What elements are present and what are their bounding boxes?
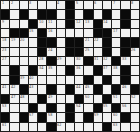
cell-r12-c7[interactable] [57, 104, 65, 112]
cell-r9-c7[interactable] [57, 76, 65, 84]
cell-r1-c7[interactable]: 4 [57, 1, 65, 9]
clue-number: 58 [48, 113, 52, 116]
cell-r10-c14[interactable]: 46 [121, 85, 129, 93]
cell-r7-c3[interactable] [20, 57, 28, 65]
cell-r10-c12[interactable] [103, 85, 111, 93]
clue-number: 20 [20, 38, 24, 41]
clue-number: 36 [76, 66, 80, 69]
cell-r4-c1[interactable] [1, 29, 9, 37]
cell-r13-c4[interactable]: 57 [29, 113, 37, 121]
cell-r10-c5[interactable] [38, 85, 46, 93]
cell-r14-c4[interactable] [29, 123, 37, 131]
cell-r1-c12[interactable] [103, 1, 111, 9]
cell-r2-c4[interactable] [29, 10, 37, 18]
cell-r3-c13[interactable] [112, 20, 120, 28]
clue-number: 9 [2, 20, 4, 23]
block-r3-c11 [94, 20, 102, 28]
cell-r5-c4[interactable] [29, 38, 37, 46]
cell-r1-c15[interactable]: 8 [131, 1, 139, 9]
cell-r9-c4[interactable]: 40 [29, 76, 37, 84]
cell-r7-c2[interactable] [10, 57, 18, 65]
block-r5-c8 [66, 38, 74, 46]
clue-number: 46 [122, 85, 126, 88]
cell-r9-c9[interactable] [75, 76, 83, 84]
clue-number: 31 [94, 57, 98, 60]
cell-r13-c2[interactable] [10, 113, 18, 121]
block-r5-c6 [47, 38, 55, 46]
cell-r1-c14[interactable] [121, 1, 129, 9]
cell-r6-c1[interactable]: 23 [1, 48, 9, 56]
cell-r4-c13[interactable]: 17 [112, 29, 120, 37]
block-r7-c10 [84, 57, 92, 65]
cell-r8-c5[interactable]: 34 [38, 66, 46, 74]
block-r3-c8 [66, 20, 74, 28]
block-r14-c6 [47, 123, 55, 131]
cell-r6-c13[interactable] [112, 48, 120, 56]
clue-number: 55 [103, 104, 107, 107]
clue-number: 23 [2, 48, 6, 51]
block-r6-c9 [75, 48, 83, 56]
block-r5-c5 [38, 38, 46, 46]
clue-number: 34 [39, 66, 43, 69]
clue-number: 51 [113, 95, 117, 98]
block-r6-c14 [121, 48, 129, 56]
cell-r4-c10[interactable] [84, 29, 92, 37]
block-r8-c8 [66, 66, 74, 74]
cell-r13-c12[interactable] [103, 113, 111, 121]
crossword-app: 1234567891011121314151617181920212223242… [0, 0, 140, 132]
clue-number: 56 [122, 104, 126, 107]
cell-r2-c9[interactable] [75, 10, 83, 18]
cell-r11-c4[interactable] [29, 95, 37, 103]
block-r5-c12 [103, 38, 111, 46]
clue-number: 63 [113, 123, 117, 126]
clue-number: 22 [94, 38, 98, 41]
cell-r14-c2[interactable] [10, 123, 18, 131]
block-r12-c13 [112, 104, 120, 112]
clue-number: 12 [76, 20, 80, 23]
block-r10-c3 [20, 85, 28, 93]
block-r13-c1 [1, 113, 9, 121]
block-r2-c5 [38, 10, 46, 18]
block-r13-c8 [66, 113, 74, 121]
cell-r7-c12[interactable]: 32 [103, 57, 111, 65]
cell-r1-c1[interactable]: 1 [1, 1, 9, 9]
block-r4-c5 [38, 29, 46, 37]
cell-r3-c9[interactable]: 12 [75, 20, 83, 28]
cell-r12-c9[interactable]: 54 [75, 104, 83, 112]
cell-r2-c15[interactable] [131, 10, 139, 18]
cell-r14-c3[interactable] [20, 123, 28, 131]
cell-r12-c5[interactable] [38, 104, 46, 112]
cell-r11-c10[interactable]: 50 [84, 95, 92, 103]
cell-r3-c10[interactable]: 13 [84, 20, 92, 28]
cell-r12-c10[interactable] [84, 104, 92, 112]
cell-r3-c12[interactable]: 14 [103, 20, 111, 28]
cell-r3-c5[interactable]: 10 [38, 20, 46, 28]
cell-r9-c8[interactable] [66, 76, 74, 84]
block-r4-c12 [103, 29, 111, 37]
block-r12-c8 [66, 104, 74, 112]
block-r2-c6 [47, 10, 55, 18]
cell-r10-c2[interactable]: 42 [10, 85, 18, 93]
cell-r2-c11[interactable] [94, 10, 102, 18]
cell-r11-c8[interactable] [66, 95, 74, 103]
block-r10-c8 [66, 85, 74, 93]
cell-r7-c14[interactable]: 33 [121, 57, 129, 65]
cell-r1-c11[interactable]: 6 [94, 1, 102, 9]
cell-r6-c7[interactable] [57, 48, 65, 56]
cell-r14-c11[interactable] [94, 123, 102, 131]
cell-r9-c15[interactable] [131, 76, 139, 84]
cell-r4-c14[interactable] [121, 29, 129, 37]
cell-r11-c14[interactable] [121, 95, 129, 103]
block-r1-c8 [66, 1, 74, 9]
cell-r5-c1[interactable]: 18 [1, 38, 9, 46]
cell-r13-c15[interactable] [131, 113, 139, 121]
block-r5-c15 [131, 38, 139, 46]
cell-r11-c13[interactable]: 51 [112, 95, 120, 103]
clue-number: 15 [29, 29, 33, 32]
cell-r8-c15[interactable] [131, 66, 139, 74]
cell-r2-c2[interactable] [10, 10, 18, 18]
block-r7-c13 [112, 57, 120, 65]
clue-number: 11 [48, 20, 52, 23]
cell-r8-c1[interactable] [1, 66, 9, 74]
cell-r13-c6[interactable]: 58 [47, 113, 55, 121]
block-r13-c3 [20, 113, 28, 121]
cell-r11-c3[interactable]: 48 [20, 95, 28, 103]
clue-number: 39 [20, 76, 24, 79]
cell-r7-c4[interactable] [29, 57, 37, 65]
block-r6-c12 [103, 48, 111, 56]
cell-r10-c7[interactable] [57, 85, 65, 93]
cell-r4-c9[interactable] [75, 29, 83, 37]
cell-r1-c13[interactable]: 7 [112, 1, 120, 9]
clue-number: 17 [113, 29, 117, 32]
cell-r8-c6[interactable]: 35 [47, 66, 55, 74]
cell-r3-c3[interactable] [20, 20, 28, 28]
cell-r4-c8[interactable] [66, 29, 74, 37]
clue-number: 35 [48, 66, 52, 69]
clue-number: 41 [2, 85, 6, 88]
cell-r6-c15[interactable]: 26 [131, 48, 139, 56]
block-r14-c12 [103, 123, 111, 131]
cell-r10-c4[interactable]: 43 [29, 85, 37, 93]
cell-r8-c3[interactable] [20, 66, 28, 74]
cell-r9-c13[interactable] [112, 76, 120, 84]
block-r13-c14 [121, 113, 129, 121]
clue-number: 8 [131, 1, 133, 4]
cell-r13-c9[interactable] [75, 113, 83, 121]
cell-r9-c5[interactable] [38, 76, 46, 84]
clue-number: 7 [113, 1, 115, 4]
clue-number: 60 [113, 113, 117, 116]
clue-number: 37 [103, 66, 107, 69]
clue-number: 54 [76, 104, 80, 107]
clue-number: 28 [39, 57, 43, 60]
block-r9-c12 [103, 76, 111, 84]
cell-r1-c2[interactable]: 2 [10, 1, 18, 9]
clue-number: 42 [11, 85, 15, 88]
cell-r12-c15[interactable] [131, 104, 139, 112]
cell-r4-c4[interactable]: 15 [29, 29, 37, 37]
cell-r8-c13[interactable]: 38 [112, 66, 120, 74]
block-r5-c9 [75, 38, 83, 46]
cell-r6-c2[interactable] [10, 48, 18, 56]
clue-number: 1 [2, 1, 4, 4]
clue-number: 38 [113, 66, 117, 69]
cell-r10-c9[interactable]: 44 [75, 85, 83, 93]
cell-r6-c6[interactable]: 24 [47, 48, 55, 56]
cell-r8-c9[interactable]: 36 [75, 66, 83, 74]
clue-number: 14 [103, 20, 107, 23]
cell-r12-c14[interactable]: 56 [121, 104, 129, 112]
clue-number: 43 [29, 85, 33, 88]
cell-r14-c5[interactable] [38, 123, 46, 131]
clue-number: 3 [29, 1, 31, 4]
clue-number: 25 [85, 48, 89, 51]
cell-r5-c3[interactable]: 20 [20, 38, 28, 46]
clue-number: 50 [85, 95, 89, 98]
clue-number: 13 [85, 20, 89, 23]
clue-number: 59 [94, 113, 98, 116]
block-r10-c13 [112, 85, 120, 93]
block-r6-c8 [66, 48, 74, 56]
cell-r8-c7[interactable] [57, 66, 65, 74]
cell-r7-c7[interactable]: 29 [57, 57, 65, 65]
clue-number: 2 [11, 1, 13, 4]
clue-number: 62 [57, 123, 61, 126]
cell-r11-c7[interactable] [57, 95, 65, 103]
cell-r1-c10[interactable] [84, 1, 92, 9]
cell-r11-c11[interactable] [94, 95, 102, 103]
block-r8-c2 [10, 66, 18, 74]
clue-number: 52 [131, 95, 135, 98]
cell-r14-c7[interactable]: 62 [57, 123, 65, 131]
cell-r11-c15[interactable]: 52 [131, 95, 139, 103]
block-r2-c10 [84, 10, 92, 18]
clue-number: 48 [20, 95, 24, 98]
cell-r6-c4[interactable] [29, 48, 37, 56]
cell-r10-c1[interactable]: 41 [1, 85, 9, 93]
cell-r1-c3[interactable] [20, 1, 28, 9]
block-r10-c6 [47, 85, 55, 93]
cell-r7-c11[interactable]: 31 [94, 57, 102, 65]
cell-r3-c1[interactable]: 9 [1, 20, 9, 28]
clue-number: 27 [2, 57, 6, 60]
cell-r7-c15[interactable] [131, 57, 139, 65]
cell-r9-c11[interactable] [94, 76, 102, 84]
crossword-board: 1234567891011121314151617181920212223242… [0, 0, 140, 132]
cell-r9-c6[interactable] [47, 76, 55, 84]
cell-r1-c5[interactable] [38, 1, 46, 9]
cell-r4-c7[interactable] [57, 29, 65, 37]
cell-r2-c13[interactable] [112, 10, 120, 18]
clue-number: 49 [48, 95, 52, 98]
cell-r8-c10[interactable] [84, 66, 92, 74]
block-r12-c4 [29, 104, 37, 112]
block-r2-c3 [20, 10, 28, 18]
clue-number: 21 [85, 38, 89, 41]
block-r10-c11 [94, 85, 102, 93]
cell-r10-c10[interactable]: 45 [84, 85, 92, 93]
cell-r14-c15[interactable] [131, 123, 139, 131]
clue-number: 61 [2, 123, 6, 126]
cell-r5-c13[interactable] [112, 38, 120, 46]
clue-number: 45 [85, 85, 89, 88]
clue-number: 33 [122, 57, 126, 60]
cell-r6-c3[interactable] [20, 48, 28, 56]
cell-r1-c4[interactable]: 3 [29, 1, 37, 9]
block-r11-c9 [75, 95, 83, 103]
cell-r14-c14[interactable] [121, 123, 129, 131]
block-r8-c14 [121, 66, 129, 74]
cell-r3-c6[interactable]: 11 [47, 20, 55, 28]
clue-number: 4 [57, 1, 59, 4]
cell-r9-c1[interactable] [1, 76, 9, 84]
block-r2-c8 [66, 10, 74, 18]
clue-number: 24 [48, 48, 52, 51]
block-r8-c11 [94, 66, 102, 74]
clue-number: 30 [76, 57, 80, 60]
block-r2-c12 [103, 10, 111, 18]
cell-r14-c9[interactable] [75, 123, 83, 131]
clue-number: 40 [29, 76, 33, 79]
cell-r7-c1[interactable]: 27 [1, 57, 9, 65]
cell-r14-c8[interactable] [66, 123, 74, 131]
cell-r2-c7[interactable] [57, 10, 65, 18]
block-r4-c3 [20, 29, 28, 37]
cell-r5-c10[interactable]: 21 [84, 38, 92, 46]
block-r11-c1 [1, 95, 9, 103]
block-r13-c5 [38, 113, 46, 121]
block-r11-c5 [38, 95, 46, 103]
block-r2-c14 [121, 10, 129, 18]
block-r8-c4 [29, 66, 37, 74]
cell-r5-c11[interactable]: 22 [94, 38, 102, 46]
cell-r11-c6[interactable]: 49 [47, 95, 55, 103]
clue-number: 16 [48, 29, 52, 32]
block-r10-c15 [131, 85, 139, 93]
cell-r4-c15[interactable] [131, 29, 139, 37]
clue-number: 32 [103, 57, 107, 60]
cell-r8-c12[interactable]: 37 [103, 66, 111, 74]
cell-r1-c9[interactable]: 5 [75, 1, 83, 9]
cell-r14-c10[interactable] [84, 123, 92, 131]
block-r7-c6 [47, 57, 55, 65]
cell-r13-c7[interactable] [57, 113, 65, 121]
cell-r3-c2[interactable] [10, 20, 18, 28]
cell-r11-c2[interactable]: 47 [10, 95, 18, 103]
block-r2-c1 [1, 10, 9, 18]
cell-r5-c2[interactable]: 19 [10, 38, 18, 46]
cell-r14-c13[interactable]: 63 [112, 123, 120, 131]
clue-number: 5 [76, 1, 78, 4]
cell-r6-c10[interactable]: 25 [84, 48, 92, 56]
clue-number: 10 [39, 20, 43, 23]
clue-number: 47 [11, 95, 15, 98]
cell-r4-c6[interactable]: 16 [47, 29, 55, 37]
cell-r6-c11[interactable] [94, 48, 102, 56]
block-r9-c14 [121, 76, 129, 84]
cell-r7-c5[interactable]: 28 [38, 57, 46, 65]
clue-number: 44 [76, 85, 80, 88]
block-r3-c4 [29, 20, 37, 28]
cell-r1-c6[interactable] [47, 1, 55, 9]
block-r12-c11 [94, 104, 102, 112]
clue-number: 57 [29, 113, 33, 116]
clue-number: 18 [2, 38, 6, 41]
block-r9-c2 [10, 76, 18, 84]
cell-r12-c1[interactable]: 53 [1, 104, 9, 112]
block-r13-c10 [84, 113, 92, 121]
cell-r12-c3[interactable] [20, 104, 28, 112]
cell-r7-c8[interactable] [66, 57, 74, 65]
cell-r13-c11[interactable]: 59 [94, 113, 102, 121]
block-r6-c5 [38, 48, 46, 56]
clue-number: 53 [2, 104, 6, 107]
cell-r12-c2[interactable] [10, 104, 18, 112]
block-r5-c14 [121, 38, 129, 46]
cell-r7-c9[interactable]: 30 [75, 57, 83, 65]
cell-r12-c12[interactable]: 55 [103, 104, 111, 112]
cell-r14-c1[interactable]: 61 [1, 123, 9, 131]
cell-r3-c15[interactable] [131, 20, 139, 28]
block-r12-c6 [47, 104, 55, 112]
cell-r3-c7[interactable] [57, 20, 65, 28]
cell-r5-c7[interactable] [57, 38, 65, 46]
block-r4-c11 [94, 29, 102, 37]
clue-number: 29 [57, 57, 61, 60]
cell-r9-c3[interactable]: 39 [20, 76, 28, 84]
clue-number: 19 [11, 38, 15, 41]
block-r11-c12 [103, 95, 111, 103]
block-r3-c14 [121, 20, 129, 28]
clue-number: 26 [131, 48, 135, 51]
clue-number: 6 [94, 1, 96, 4]
block-r9-c10 [84, 76, 92, 84]
block-r4-c2 [10, 29, 18, 37]
cell-r13-c13[interactable]: 60 [112, 113, 120, 121]
